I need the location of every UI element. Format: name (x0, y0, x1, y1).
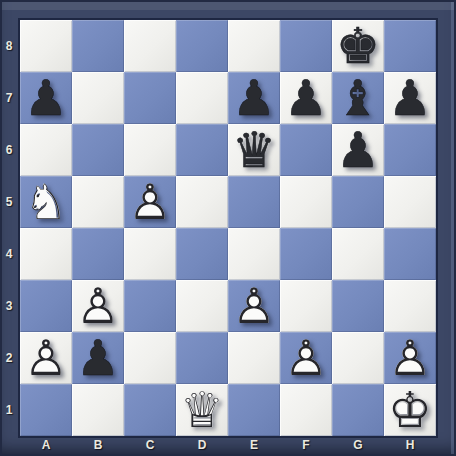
piece-white-queen-d1[interactable]: ♛♕ (176, 384, 228, 436)
piece-outline-glyph: ♙ (128, 178, 172, 227)
square-b1[interactable] (72, 384, 124, 436)
square-f5[interactable] (280, 176, 332, 228)
square-g3[interactable] (332, 280, 384, 332)
square-d5[interactable] (176, 176, 228, 228)
piece-white-pawn-a2[interactable]: ♟♙ (20, 332, 72, 384)
piece-white-pawn-f2[interactable]: ♟♙ (280, 332, 332, 384)
square-c7[interactable] (124, 72, 176, 124)
piece-white-knight-a5[interactable]: ♞♘ (20, 176, 72, 228)
square-f8[interactable] (280, 20, 332, 72)
square-d8[interactable] (176, 20, 228, 72)
square-e6[interactable]: ♛ (228, 124, 280, 176)
square-c8[interactable] (124, 20, 176, 72)
piece-glyph: ♟ (284, 74, 328, 123)
piece-black-pawn-b2[interactable]: ♟ (72, 332, 124, 384)
piece-glyph: ♚ (336, 22, 380, 71)
square-a1[interactable] (20, 384, 72, 436)
square-a2[interactable]: ♟♙ (20, 332, 72, 384)
square-h8[interactable] (384, 20, 436, 72)
square-b7[interactable] (72, 72, 124, 124)
piece-black-pawn-f7[interactable]: ♟ (280, 72, 332, 124)
square-e1[interactable] (228, 384, 280, 436)
file-label-f: F (302, 438, 309, 452)
square-c4[interactable] (124, 228, 176, 280)
square-a7[interactable]: ♟ (20, 72, 72, 124)
piece-glyph: ♟ (388, 74, 432, 123)
chess-board-window: 87654321 ♚♟♟♟♝♟♛♟♞♘♟♙♟♙♟♙♟♙♟♟♙♟♙♛♕♚♔ ABC… (0, 0, 456, 456)
square-c5[interactable]: ♟♙ (124, 176, 176, 228)
piece-outline-glyph: ♙ (284, 334, 328, 383)
piece-black-bishop-g7[interactable]: ♝ (332, 72, 384, 124)
piece-glyph: ♟ (336, 126, 380, 175)
square-f7[interactable]: ♟ (280, 72, 332, 124)
square-h1[interactable]: ♚♔ (384, 384, 436, 436)
piece-outline-glyph: ♙ (24, 334, 68, 383)
square-h3[interactable] (384, 280, 436, 332)
square-g4[interactable] (332, 228, 384, 280)
square-c6[interactable] (124, 124, 176, 176)
chess-board[interactable]: ♚♟♟♟♝♟♛♟♞♘♟♙♟♙♟♙♟♙♟♟♙♟♙♛♕♚♔ (18, 18, 438, 438)
square-h2[interactable]: ♟♙ (384, 332, 436, 384)
piece-outline-glyph: ♕ (180, 386, 224, 435)
square-h7[interactable]: ♟ (384, 72, 436, 124)
rank-label-8: 8 (6, 39, 13, 53)
square-a4[interactable] (20, 228, 72, 280)
piece-glyph: ♟ (76, 334, 120, 383)
piece-white-pawn-b3[interactable]: ♟♙ (72, 280, 124, 332)
square-d1[interactable]: ♛♕ (176, 384, 228, 436)
square-g7[interactable]: ♝ (332, 72, 384, 124)
square-e5[interactable] (228, 176, 280, 228)
square-f6[interactable] (280, 124, 332, 176)
square-c2[interactable] (124, 332, 176, 384)
square-e8[interactable] (228, 20, 280, 72)
rank-labels: 87654321 (0, 20, 18, 436)
piece-black-pawn-g6[interactable]: ♟ (332, 124, 384, 176)
square-c3[interactable] (124, 280, 176, 332)
square-b6[interactable] (72, 124, 124, 176)
square-b2[interactable]: ♟ (72, 332, 124, 384)
piece-white-king-h1[interactable]: ♚♔ (384, 384, 436, 436)
square-c1[interactable] (124, 384, 176, 436)
piece-white-pawn-h2[interactable]: ♟♙ (384, 332, 436, 384)
piece-outline-glyph: ♙ (388, 334, 432, 383)
file-label-d: D (198, 438, 207, 452)
file-label-h: H (406, 438, 415, 452)
rank-label-7: 7 (6, 91, 13, 105)
square-f2[interactable]: ♟♙ (280, 332, 332, 384)
square-d7[interactable] (176, 72, 228, 124)
piece-glyph: ♟ (232, 74, 276, 123)
file-label-c: C (146, 438, 155, 452)
square-e4[interactable] (228, 228, 280, 280)
piece-outline-glyph: ♔ (388, 386, 432, 435)
square-d3[interactable] (176, 280, 228, 332)
file-label-a: A (42, 438, 51, 452)
rank-label-1: 1 (6, 403, 13, 417)
rank-label-6: 6 (6, 143, 13, 157)
file-label-e: E (250, 438, 258, 452)
square-g1[interactable] (332, 384, 384, 436)
piece-glyph: ♛ (232, 126, 276, 175)
piece-outline-glyph: ♙ (76, 282, 120, 331)
square-e2[interactable] (228, 332, 280, 384)
square-e7[interactable]: ♟ (228, 72, 280, 124)
square-b4[interactable] (72, 228, 124, 280)
rank-label-4: 4 (6, 247, 13, 261)
square-b8[interactable] (72, 20, 124, 72)
piece-black-pawn-e7[interactable]: ♟ (228, 72, 280, 124)
piece-black-queen-e6[interactable]: ♛ (228, 124, 280, 176)
square-d2[interactable] (176, 332, 228, 384)
square-d4[interactable] (176, 228, 228, 280)
square-f4[interactable] (280, 228, 332, 280)
square-a6[interactable] (20, 124, 72, 176)
square-b5[interactable] (72, 176, 124, 228)
file-labels: ABCDEFGH (20, 436, 436, 454)
square-h6[interactable] (384, 124, 436, 176)
piece-white-pawn-c5[interactable]: ♟♙ (124, 176, 176, 228)
square-f3[interactable] (280, 280, 332, 332)
file-label-g: G (353, 438, 362, 452)
square-g8[interactable]: ♚ (332, 20, 384, 72)
square-e3[interactable]: ♟♙ (228, 280, 280, 332)
square-h5[interactable] (384, 176, 436, 228)
square-b3[interactable]: ♟♙ (72, 280, 124, 332)
piece-glyph: ♝ (336, 74, 380, 123)
piece-black-pawn-a7[interactable]: ♟ (20, 72, 72, 124)
piece-black-pawn-h7[interactable]: ♟ (384, 72, 436, 124)
rank-label-5: 5 (6, 195, 13, 209)
square-a3[interactable] (20, 280, 72, 332)
rank-label-2: 2 (6, 351, 13, 365)
piece-outline-glyph: ♙ (232, 282, 276, 331)
square-f1[interactable] (280, 384, 332, 436)
piece-white-pawn-e3[interactable]: ♟♙ (228, 280, 280, 332)
rank-label-3: 3 (6, 299, 13, 313)
piece-outline-glyph: ♘ (24, 178, 68, 227)
square-a8[interactable] (20, 20, 72, 72)
square-d6[interactable] (176, 124, 228, 176)
square-g5[interactable] (332, 176, 384, 228)
piece-black-king-g8[interactable]: ♚ (332, 20, 384, 72)
square-g2[interactable] (332, 332, 384, 384)
file-label-b: B (94, 438, 103, 452)
piece-glyph: ♟ (24, 74, 68, 123)
square-h4[interactable] (384, 228, 436, 280)
square-a5[interactable]: ♞♘ (20, 176, 72, 228)
square-g6[interactable]: ♟ (332, 124, 384, 176)
